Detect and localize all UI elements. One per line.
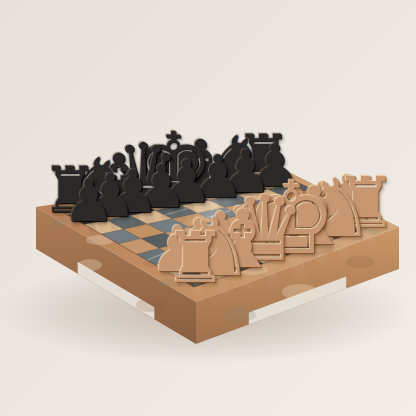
stone-mottle xyxy=(363,229,381,235)
stone-mottle xyxy=(346,256,374,268)
stone-mottle xyxy=(78,259,102,271)
stone-mottle xyxy=(136,298,164,312)
stone-mottle xyxy=(224,308,256,322)
stone-mottle xyxy=(160,279,184,287)
chess-set-photo: ♜♞♟♝♟♚♟♛♟♝♟♞♜♟♟♟♟♜♟♞♟♟♝♟♚♟♛♟♝♟♞♜ xyxy=(0,0,416,416)
chess-board xyxy=(0,0,416,416)
stone-mottle xyxy=(50,218,70,226)
stone-mottle xyxy=(310,246,334,254)
stone-mottle xyxy=(282,284,318,300)
